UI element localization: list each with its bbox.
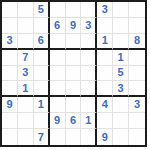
given-digit: 5 bbox=[118, 67, 124, 78]
cell-r4c4[interactable] bbox=[50, 50, 66, 66]
cell-r4c5[interactable] bbox=[66, 50, 82, 66]
sudoku-grid: 536933618713513914396179 bbox=[0, 0, 147, 147]
cell-r7c2[interactable] bbox=[18, 97, 34, 113]
given-digit: 3 bbox=[134, 99, 140, 110]
cell-r5c1[interactable] bbox=[2, 66, 18, 82]
cell-r5c6[interactable] bbox=[81, 66, 97, 82]
cell-r7c9[interactable]: 3 bbox=[129, 97, 145, 113]
cell-r7c5[interactable] bbox=[66, 97, 82, 113]
cell-r9c2[interactable] bbox=[18, 129, 34, 145]
given-digit: 7 bbox=[38, 132, 44, 143]
cell-r2c3[interactable] bbox=[34, 18, 50, 34]
cell-r7c7[interactable]: 4 bbox=[97, 97, 113, 113]
cell-r3c8[interactable] bbox=[113, 34, 129, 50]
cell-r5c9[interactable] bbox=[129, 66, 145, 82]
cell-r2c9[interactable] bbox=[129, 18, 145, 34]
given-digit: 4 bbox=[102, 99, 108, 110]
cell-r1c8[interactable] bbox=[113, 2, 129, 18]
cell-r6c6[interactable] bbox=[81, 81, 97, 97]
cell-r1c6[interactable] bbox=[81, 2, 97, 18]
cell-r6c9[interactable] bbox=[129, 81, 145, 97]
cell-r5c2[interactable]: 3 bbox=[18, 66, 34, 82]
cell-r2c2[interactable] bbox=[18, 18, 34, 34]
cell-r8c1[interactable] bbox=[2, 113, 18, 129]
cell-r4c1[interactable] bbox=[2, 50, 18, 66]
cell-r3c4[interactable] bbox=[50, 34, 66, 50]
given-digit: 1 bbox=[118, 52, 124, 63]
given-digit: 1 bbox=[85, 115, 91, 126]
cell-r1c5[interactable] bbox=[66, 2, 82, 18]
cell-r2c1[interactable] bbox=[2, 18, 18, 34]
cell-r8c8[interactable] bbox=[113, 113, 129, 129]
cell-r3c6[interactable] bbox=[81, 34, 97, 50]
cell-r5c5[interactable] bbox=[66, 66, 82, 82]
cell-r6c4[interactable] bbox=[50, 81, 66, 97]
cell-r4c6[interactable] bbox=[81, 50, 97, 66]
given-digit: 5 bbox=[38, 4, 44, 15]
given-digit: 6 bbox=[54, 20, 60, 31]
cell-r2c5[interactable]: 9 bbox=[66, 18, 82, 34]
cell-r1c9[interactable] bbox=[129, 2, 145, 18]
cell-r9c6[interactable] bbox=[81, 129, 97, 145]
cell-r3c9[interactable]: 8 bbox=[129, 34, 145, 50]
cell-r1c1[interactable] bbox=[2, 2, 18, 18]
cell-r7c3[interactable]: 1 bbox=[34, 97, 50, 113]
given-digit: 1 bbox=[102, 35, 108, 46]
cell-r8c6[interactable]: 1 bbox=[81, 113, 97, 129]
given-digit: 3 bbox=[6, 35, 12, 46]
cell-r5c4[interactable] bbox=[50, 66, 66, 82]
cell-r1c2[interactable] bbox=[18, 2, 34, 18]
cell-r3c7[interactable]: 1 bbox=[97, 34, 113, 50]
cell-r3c5[interactable] bbox=[66, 34, 82, 50]
given-digit: 6 bbox=[38, 35, 44, 46]
cell-r2c7[interactable] bbox=[97, 18, 113, 34]
cell-r3c1[interactable]: 3 bbox=[2, 34, 18, 50]
given-digit: 7 bbox=[22, 52, 28, 63]
cell-r9c8[interactable] bbox=[113, 129, 129, 145]
cell-r2c8[interactable] bbox=[113, 18, 129, 34]
cell-r1c3[interactable]: 5 bbox=[34, 2, 50, 18]
cell-r6c1[interactable] bbox=[2, 81, 18, 97]
given-digit: 9 bbox=[70, 20, 76, 31]
cell-r4c7[interactable] bbox=[97, 50, 113, 66]
cell-r6c5[interactable] bbox=[66, 81, 82, 97]
cell-r1c7[interactable]: 3 bbox=[97, 2, 113, 18]
cell-r8c9[interactable] bbox=[129, 113, 145, 129]
given-digit: 3 bbox=[22, 67, 28, 78]
given-digit: 3 bbox=[102, 4, 108, 15]
cell-r3c3[interactable]: 6 bbox=[34, 34, 50, 50]
cell-r1c4[interactable] bbox=[50, 2, 66, 18]
cell-r9c9[interactable] bbox=[129, 129, 145, 145]
cell-r7c6[interactable] bbox=[81, 97, 97, 113]
given-digit: 6 bbox=[70, 115, 76, 126]
cell-r7c1[interactable]: 9 bbox=[2, 97, 18, 113]
cell-r9c5[interactable] bbox=[66, 129, 82, 145]
cell-r2c6[interactable]: 3 bbox=[81, 18, 97, 34]
cell-r8c7[interactable] bbox=[97, 113, 113, 129]
given-digit: 9 bbox=[54, 115, 60, 126]
cell-r6c8[interactable]: 3 bbox=[113, 81, 129, 97]
given-digit: 9 bbox=[6, 99, 12, 110]
given-digit: 3 bbox=[118, 83, 124, 94]
cell-r4c8[interactable]: 1 bbox=[113, 50, 129, 66]
given-digit: 8 bbox=[134, 35, 140, 46]
cell-r9c1[interactable] bbox=[2, 129, 18, 145]
cell-r5c8[interactable]: 5 bbox=[113, 66, 129, 82]
cell-r4c3[interactable] bbox=[34, 50, 50, 66]
given-digit: 3 bbox=[85, 20, 91, 31]
cell-r4c2[interactable]: 7 bbox=[18, 50, 34, 66]
cell-r5c3[interactable] bbox=[34, 66, 50, 82]
cell-r6c3[interactable] bbox=[34, 81, 50, 97]
cell-r9c7[interactable]: 9 bbox=[97, 129, 113, 145]
given-digit: 1 bbox=[38, 99, 44, 110]
given-digit: 9 bbox=[102, 132, 108, 143]
cell-r2c4[interactable]: 6 bbox=[50, 18, 66, 34]
cell-r7c8[interactable] bbox=[113, 97, 129, 113]
cell-r9c3[interactable]: 7 bbox=[34, 129, 50, 145]
cell-r8c4[interactable]: 9 bbox=[50, 113, 66, 129]
cell-r3c2[interactable] bbox=[18, 34, 34, 50]
cell-r8c5[interactable]: 6 bbox=[66, 113, 82, 129]
given-digit: 1 bbox=[22, 83, 28, 94]
cell-r8c3[interactable] bbox=[34, 113, 50, 129]
cell-r6c7[interactable] bbox=[97, 81, 113, 97]
cell-r9c4[interactable] bbox=[50, 129, 66, 145]
sudoku-board-container: 536933618713513914396179 bbox=[0, 0, 147, 147]
cell-r8c2[interactable] bbox=[18, 113, 34, 129]
cell-r5c7[interactable] bbox=[97, 66, 113, 82]
cell-r4c9[interactable] bbox=[129, 50, 145, 66]
cell-r6c2[interactable]: 1 bbox=[18, 81, 34, 97]
cell-r7c4[interactable] bbox=[50, 97, 66, 113]
